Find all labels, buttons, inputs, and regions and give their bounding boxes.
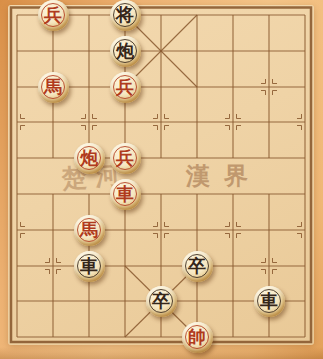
piece-red-cannon[interactable]: 炮 xyxy=(74,143,105,174)
piece-label: 卒 xyxy=(188,251,206,282)
piece-red-general[interactable]: 帥 xyxy=(182,322,213,353)
piece-red-soldier[interactable]: 兵 xyxy=(110,72,141,103)
piece-red-horse[interactable]: 馬 xyxy=(38,72,69,103)
piece-red-horse[interactable]: 馬 xyxy=(74,215,105,246)
piece-label: 馬 xyxy=(44,72,62,103)
piece-black-general[interactable]: 将 xyxy=(110,0,141,31)
piece-label: 将 xyxy=(116,0,134,31)
piece-red-chariot[interactable]: 車 xyxy=(110,179,141,210)
piece-label: 兵 xyxy=(116,143,134,174)
piece-label: 炮 xyxy=(80,143,98,174)
piece-black-soldier[interactable]: 卒 xyxy=(182,251,213,282)
piece-label: 車 xyxy=(80,251,98,282)
piece-label: 兵 xyxy=(44,0,62,31)
piece-red-soldier[interactable]: 兵 xyxy=(110,143,141,174)
piece-label: 車 xyxy=(116,179,134,210)
piece-label: 兵 xyxy=(116,72,134,103)
pieces-layer: 兵将炮馬兵炮兵車馬車卒卒車帥 xyxy=(0,0,323,359)
piece-label: 帥 xyxy=(188,322,206,353)
piece-black-soldier[interactable]: 卒 xyxy=(146,286,177,317)
piece-label: 馬 xyxy=(80,215,98,246)
piece-black-chariot[interactable]: 車 xyxy=(74,251,105,282)
piece-black-chariot[interactable]: 車 xyxy=(254,286,285,317)
piece-red-soldier[interactable]: 兵 xyxy=(38,0,69,31)
piece-label: 炮 xyxy=(116,36,134,67)
piece-black-cannon[interactable]: 炮 xyxy=(110,36,141,67)
piece-label: 車 xyxy=(260,286,278,317)
piece-label: 卒 xyxy=(152,286,170,317)
xiangqi-screen: 楚河 漢界 兵将炮馬兵炮兵車馬車卒卒車帥 xyxy=(0,0,323,359)
